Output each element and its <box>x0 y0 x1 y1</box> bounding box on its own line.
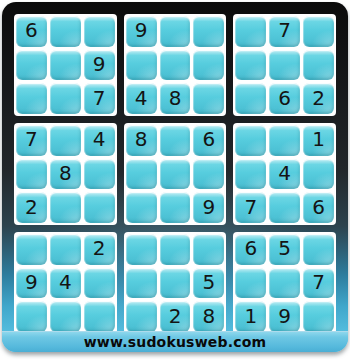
given-digit: 2 <box>169 306 182 326</box>
cell-r9c9[interactable] <box>303 301 334 332</box>
given-digit: 7 <box>25 129 38 149</box>
given-digit: 7 <box>312 272 325 292</box>
cell-r2c7[interactable] <box>235 50 266 81</box>
given-digit: 7 <box>278 20 291 40</box>
cell-r2c2[interactable] <box>50 50 81 81</box>
cell-r5c1[interactable] <box>16 159 47 190</box>
cell-r4c9[interactable]: 1 <box>303 125 334 156</box>
box-r1c2: 948 <box>124 14 227 116</box>
cell-r6c8[interactable] <box>269 192 300 223</box>
cell-r1c1[interactable]: 6 <box>16 16 47 47</box>
given-digit: 5 <box>278 238 291 258</box>
box-r3c3: 65719 <box>233 232 336 334</box>
cell-r2c4[interactable] <box>126 50 157 81</box>
cell-r3c6[interactable] <box>193 83 224 114</box>
given-digit: 1 <box>244 306 257 326</box>
cell-r5c4[interactable] <box>126 159 157 190</box>
cell-r6c1[interactable]: 2 <box>16 192 47 223</box>
cell-r4c7[interactable] <box>235 125 266 156</box>
cell-r7c3[interactable]: 2 <box>84 234 115 265</box>
given-digit: 1 <box>312 129 325 149</box>
cell-r1c8[interactable]: 7 <box>269 16 300 47</box>
cell-r3c2[interactable] <box>50 83 81 114</box>
cell-r1c7[interactable] <box>235 16 266 47</box>
cell-r1c6[interactable] <box>193 16 224 47</box>
cell-r6c5[interactable] <box>160 192 191 223</box>
cell-r7c2[interactable] <box>50 234 81 265</box>
cell-r5c9[interactable] <box>303 159 334 190</box>
given-digit: 6 <box>278 88 291 108</box>
cell-r5c5[interactable] <box>160 159 191 190</box>
cell-r8c8[interactable] <box>269 268 300 299</box>
given-digit: 7 <box>244 197 257 217</box>
cell-r6c2[interactable] <box>50 192 81 223</box>
given-digit: 8 <box>59 163 72 183</box>
cell-r6c9[interactable]: 6 <box>303 192 334 223</box>
given-digit: 5 <box>203 272 216 292</box>
cell-r7c1[interactable] <box>16 234 47 265</box>
cell-r8c5[interactable] <box>160 268 191 299</box>
box-r2c2: 869 <box>124 123 227 225</box>
cell-r5c6[interactable] <box>193 159 224 190</box>
cell-r9c6[interactable]: 8 <box>193 301 224 332</box>
cell-r1c3[interactable] <box>84 16 115 47</box>
cell-r4c3[interactable]: 4 <box>84 125 115 156</box>
cell-r4c8[interactable] <box>269 125 300 156</box>
cell-r2c9[interactable] <box>303 50 334 81</box>
cell-r7c9[interactable] <box>303 234 334 265</box>
given-digit: 8 <box>169 88 182 108</box>
cell-r9c8[interactable]: 9 <box>269 301 300 332</box>
given-digit: 9 <box>203 197 216 217</box>
cell-r4c5[interactable] <box>160 125 191 156</box>
given-digit: 2 <box>25 197 38 217</box>
given-digit: 7 <box>93 88 106 108</box>
cell-r3c7[interactable] <box>235 83 266 114</box>
cell-r9c1[interactable] <box>16 301 47 332</box>
cell-r4c6[interactable]: 6 <box>193 125 224 156</box>
cell-r8c1[interactable]: 9 <box>16 268 47 299</box>
given-digit: 6 <box>25 20 38 40</box>
given-digit: 8 <box>203 306 216 326</box>
cell-r2c8[interactable] <box>269 50 300 81</box>
given-digit: 6 <box>244 238 257 258</box>
box-r3c2: 528 <box>124 232 227 334</box>
cell-r3c4[interactable]: 4 <box>126 83 157 114</box>
cell-r5c7[interactable] <box>235 159 266 190</box>
cell-r3c3[interactable]: 7 <box>84 83 115 114</box>
cell-r2c6[interactable] <box>193 50 224 81</box>
cell-r9c7[interactable]: 1 <box>235 301 266 332</box>
cell-r6c7[interactable]: 7 <box>235 192 266 223</box>
cell-r4c2[interactable] <box>50 125 81 156</box>
cell-r2c1[interactable] <box>16 50 47 81</box>
cell-r8c9[interactable]: 7 <box>303 268 334 299</box>
cell-r7c7[interactable]: 6 <box>235 234 266 265</box>
cell-r4c1[interactable]: 7 <box>16 125 47 156</box>
cell-r2c5[interactable] <box>160 50 191 81</box>
given-digit: 2 <box>93 238 106 258</box>
footer-band: www.sudokusweb.com <box>2 331 348 352</box>
cell-r2c3[interactable]: 9 <box>84 50 115 81</box>
given-digit: 4 <box>135 88 148 108</box>
cell-r1c5[interactable] <box>160 16 191 47</box>
given-digit: 6 <box>312 197 325 217</box>
box-r1c1: 697 <box>14 14 117 116</box>
cell-r8c2[interactable]: 4 <box>50 268 81 299</box>
given-digit: 2 <box>312 88 325 108</box>
cell-r5c2[interactable]: 8 <box>50 159 81 190</box>
sudoku-grid: 697 948 762 7482 869 1476 294 528 65719 <box>14 14 336 334</box>
given-digit: 9 <box>93 54 106 74</box>
box-r3c1: 294 <box>14 232 117 334</box>
cell-r6c4[interactable] <box>126 192 157 223</box>
box-r1c3: 762 <box>233 14 336 116</box>
cell-r8c7[interactable] <box>235 268 266 299</box>
cell-r8c3[interactable] <box>84 268 115 299</box>
given-digit: 9 <box>278 306 291 326</box>
given-digit: 4 <box>278 163 291 183</box>
cell-r1c4[interactable]: 9 <box>126 16 157 47</box>
cell-r4c4[interactable]: 8 <box>126 125 157 156</box>
cell-r7c4[interactable] <box>126 234 157 265</box>
cell-r7c6[interactable] <box>193 234 224 265</box>
given-digit: 4 <box>59 272 72 292</box>
page: 697 948 762 7482 869 1476 294 528 65719 … <box>0 0 350 360</box>
cell-r9c4[interactable] <box>126 301 157 332</box>
given-digit: 9 <box>25 272 38 292</box>
given-digit: 9 <box>135 20 148 40</box>
cell-r8c4[interactable] <box>126 268 157 299</box>
cell-r1c2[interactable] <box>50 16 81 47</box>
cell-r5c8[interactable]: 4 <box>269 159 300 190</box>
cell-r9c2[interactable] <box>50 301 81 332</box>
cell-r6c6[interactable]: 9 <box>193 192 224 223</box>
site-url-link[interactable]: www.sudokusweb.com <box>84 334 267 350</box>
cell-r5c3[interactable] <box>84 159 115 190</box>
given-digit: 6 <box>203 129 216 149</box>
box-r2c1: 7482 <box>14 123 117 225</box>
cell-r7c8[interactable]: 5 <box>269 234 300 265</box>
cell-r9c3[interactable] <box>84 301 115 332</box>
cell-r9c5[interactable]: 2 <box>160 301 191 332</box>
given-digit: 8 <box>135 129 148 149</box>
cell-r3c9[interactable]: 2 <box>303 83 334 114</box>
cell-r8c6[interactable]: 5 <box>193 268 224 299</box>
cell-r7c5[interactable] <box>160 234 191 265</box>
sudoku-board: 697 948 762 7482 869 1476 294 528 65719 … <box>2 2 348 352</box>
cell-r6c3[interactable] <box>84 192 115 223</box>
cell-r3c8[interactable]: 6 <box>269 83 300 114</box>
given-digit: 4 <box>93 129 106 149</box>
cell-r3c1[interactable] <box>16 83 47 114</box>
cell-r3c5[interactable]: 8 <box>160 83 191 114</box>
box-r2c3: 1476 <box>233 123 336 225</box>
cell-r1c9[interactable] <box>303 16 334 47</box>
